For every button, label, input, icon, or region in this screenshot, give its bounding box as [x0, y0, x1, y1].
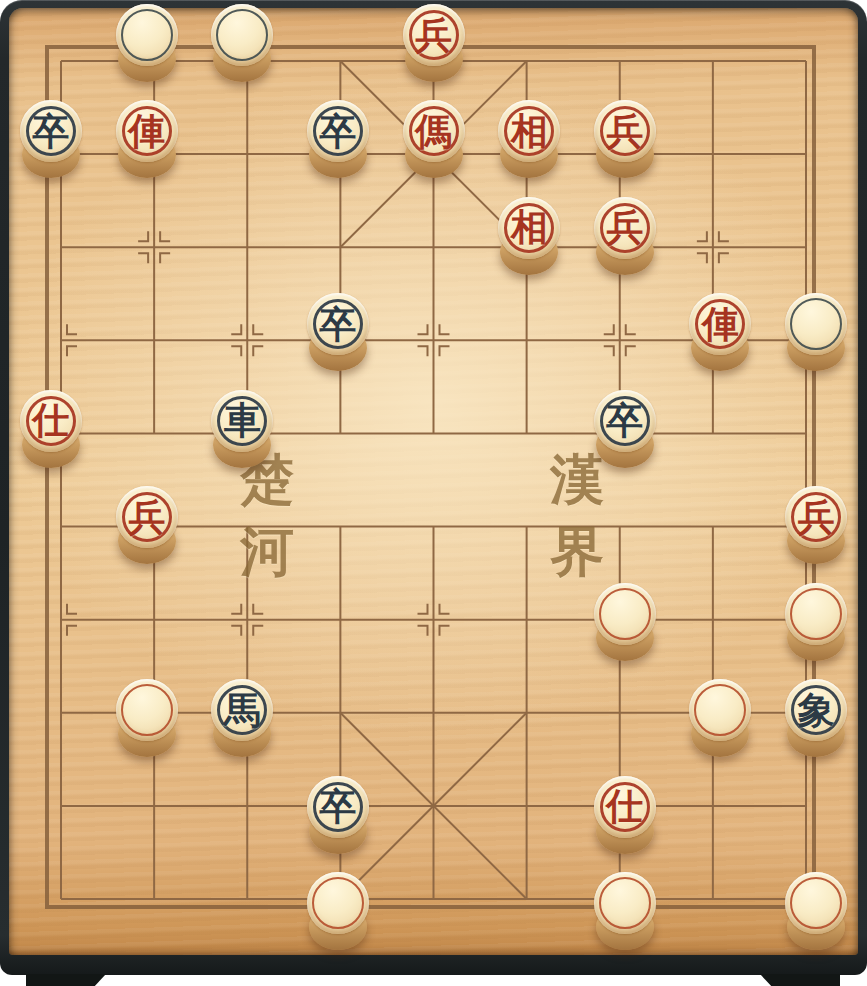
point-marker — [440, 324, 450, 334]
piece-glyph: 兵 — [594, 100, 656, 162]
piece-glyph: 傌 — [403, 100, 465, 162]
piece-red-elephant[interactable]: 相 — [496, 100, 562, 184]
point-marker — [719, 253, 729, 263]
point-marker — [231, 626, 241, 636]
piece-hidden-black[interactable] — [209, 4, 275, 88]
piece-ring — [599, 588, 651, 640]
piece-red-soldier[interactable]: 兵 — [592, 100, 658, 184]
point-marker — [418, 346, 428, 356]
piece-ring — [121, 684, 173, 736]
piece-glyph: 卒 — [307, 100, 369, 162]
piece-glyph: 相 — [498, 100, 560, 162]
piece-glyph: 兵 — [116, 486, 178, 548]
piece-ring — [216, 9, 268, 61]
piece-red-soldier[interactable]: 兵 — [592, 197, 658, 281]
piece-hidden-red[interactable] — [783, 583, 849, 667]
piece-glyph: 卒 — [20, 100, 82, 162]
piece-hidden-red[interactable] — [687, 679, 753, 763]
piece-red-soldier[interactable]: 兵 — [114, 486, 180, 570]
point-marker — [418, 324, 428, 334]
piece-hidden-red[interactable] — [305, 872, 371, 956]
piece-glyph: 卒 — [307, 293, 369, 355]
point-marker — [604, 324, 614, 334]
point-marker — [138, 231, 148, 241]
piece-ring — [790, 588, 842, 640]
piece-glyph: 兵 — [785, 486, 847, 548]
point-marker — [418, 626, 428, 636]
point-marker — [160, 231, 170, 241]
piece-hidden-red[interactable] — [592, 872, 658, 956]
piece-red-elephant[interactable]: 相 — [496, 197, 562, 281]
point-marker — [253, 346, 263, 356]
piece-black-soldier[interactable]: 卒 — [305, 776, 371, 860]
board-foot-right — [760, 974, 840, 986]
board-foot-left — [26, 974, 106, 986]
point-marker — [253, 324, 263, 334]
piece-glyph: 相 — [498, 197, 560, 259]
piece-black-elephant[interactable]: 象 — [783, 679, 849, 763]
piece-red-soldier[interactable]: 兵 — [783, 486, 849, 570]
point-marker — [440, 604, 450, 614]
point-marker — [719, 231, 729, 241]
point-marker — [67, 604, 77, 614]
piece-red-soldier[interactable]: 兵 — [401, 4, 467, 88]
piece-red-chariot[interactable]: 俥 — [114, 100, 180, 184]
piece-hidden-red[interactable] — [114, 679, 180, 763]
piece-glyph: 兵 — [594, 197, 656, 259]
point-marker — [626, 324, 636, 334]
piece-glyph: 車 — [211, 390, 273, 452]
point-marker — [604, 346, 614, 356]
point-marker — [253, 626, 263, 636]
piece-ring — [121, 9, 173, 61]
point-marker — [231, 604, 241, 614]
piece-black-horse[interactable]: 馬 — [209, 679, 275, 763]
piece-glyph: 象 — [785, 679, 847, 741]
piece-glyph: 仕 — [20, 390, 82, 452]
point-marker — [231, 346, 241, 356]
point-marker — [160, 253, 170, 263]
piece-ring — [599, 877, 651, 929]
piece-glyph: 俥 — [689, 293, 751, 355]
piece-glyph: 馬 — [211, 679, 273, 741]
xiangqi-app: 楚 河 漢 界 兵卒俥卒傌相兵相兵卒俥仕車卒兵兵馬象卒仕 — [0, 0, 867, 986]
piece-red-horse[interactable]: 傌 — [401, 100, 467, 184]
point-marker — [440, 626, 450, 636]
piece-hidden-black[interactable] — [783, 293, 849, 377]
piece-black-soldier[interactable]: 卒 — [305, 293, 371, 377]
point-marker — [253, 604, 263, 614]
point-marker — [67, 324, 77, 334]
piece-glyph: 卒 — [594, 390, 656, 452]
piece-glyph: 仕 — [594, 776, 656, 838]
point-marker — [67, 346, 77, 356]
piece-black-soldier[interactable]: 卒 — [305, 100, 371, 184]
piece-black-chariot[interactable]: 車 — [209, 390, 275, 474]
piece-hidden-red[interactable] — [783, 872, 849, 956]
piece-black-soldier[interactable]: 卒 — [592, 390, 658, 474]
point-marker — [440, 346, 450, 356]
piece-hidden-black[interactable] — [114, 4, 180, 88]
point-marker — [138, 253, 148, 263]
point-marker — [697, 231, 707, 241]
piece-ring — [790, 298, 842, 350]
piece-red-advisor[interactable]: 仕 — [18, 390, 84, 474]
river-label-han-jie: 漢 界 — [452, 444, 702, 516]
point-marker — [418, 604, 428, 614]
piece-glyph: 俥 — [116, 100, 178, 162]
piece-ring — [790, 877, 842, 929]
point-marker — [231, 324, 241, 334]
point-marker — [626, 346, 636, 356]
piece-hidden-red[interactable] — [592, 583, 658, 667]
piece-red-chariot[interactable]: 俥 — [687, 293, 753, 377]
piece-ring — [312, 877, 364, 929]
piece-black-soldier[interactable]: 卒 — [18, 100, 84, 184]
point-marker — [697, 253, 707, 263]
point-marker — [67, 626, 77, 636]
piece-glyph: 卒 — [307, 776, 369, 838]
piece-red-advisor[interactable]: 仕 — [592, 776, 658, 860]
piece-glyph: 兵 — [403, 4, 465, 66]
